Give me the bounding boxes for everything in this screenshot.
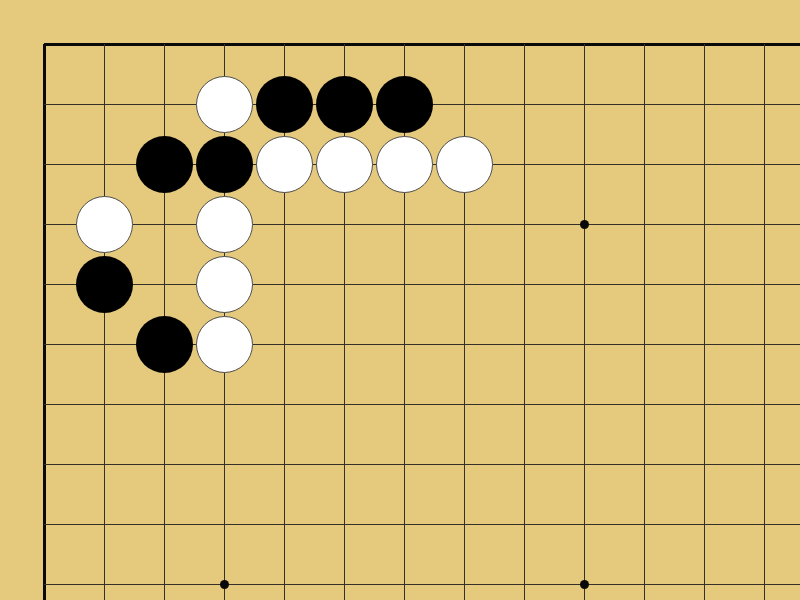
grid-line-horizontal	[44, 43, 800, 46]
black-stone	[136, 136, 193, 193]
go-board-diagram	[0, 0, 800, 600]
grid-line-vertical	[104, 44, 105, 600]
black-stone	[376, 76, 433, 133]
black-stone	[256, 76, 313, 133]
grid-line-vertical	[644, 44, 645, 600]
grid-line-vertical	[464, 44, 465, 600]
grid-line-horizontal	[44, 224, 800, 225]
grid-line-vertical	[584, 44, 585, 600]
white-stone	[196, 196, 253, 253]
white-stone	[436, 136, 493, 193]
grid-line-horizontal	[44, 524, 800, 525]
grid-line-vertical	[764, 44, 765, 600]
white-stone	[256, 136, 313, 193]
grid-line-vertical	[43, 44, 46, 600]
white-stone	[196, 316, 253, 373]
star-point	[220, 580, 229, 589]
grid-line-horizontal	[44, 284, 800, 285]
star-point	[580, 220, 589, 229]
black-stone	[316, 76, 373, 133]
white-stone	[76, 196, 133, 253]
black-stone	[136, 316, 193, 373]
grid-line-vertical	[704, 44, 705, 600]
white-stone	[376, 136, 433, 193]
grid-line-horizontal	[44, 404, 800, 405]
black-stone	[196, 136, 253, 193]
grid-line-horizontal	[44, 464, 800, 465]
black-stone	[76, 256, 133, 313]
star-point	[580, 580, 589, 589]
grid-line-horizontal	[44, 584, 800, 585]
grid-line-vertical	[524, 44, 525, 600]
white-stone	[196, 76, 253, 133]
white-stone	[196, 256, 253, 313]
white-stone	[316, 136, 373, 193]
